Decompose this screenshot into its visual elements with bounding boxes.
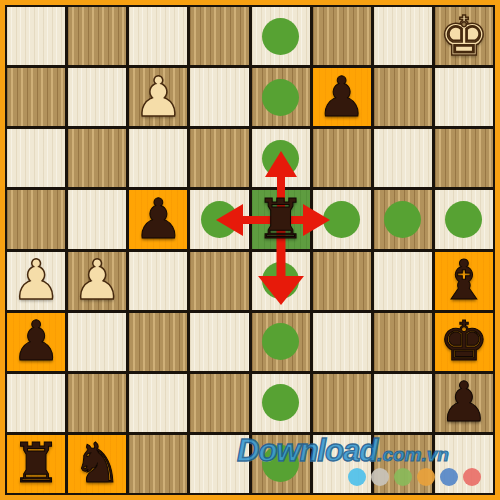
square-r4c6[interactable] (313, 190, 371, 248)
square-r7c7[interactable] (374, 374, 432, 432)
square-r3c4[interactable] (190, 129, 248, 187)
square-r6c8[interactable]: ♚ (435, 313, 493, 371)
square-r1c8[interactable]: ♚ (435, 7, 493, 65)
square-r7c8[interactable]: ♟ (435, 374, 493, 432)
piece-bR[interactable]: ♜ (7, 435, 65, 493)
square-r5c4[interactable] (190, 252, 248, 310)
square-r4c2[interactable] (68, 190, 126, 248)
square-r8c3[interactable] (129, 435, 187, 493)
square-r8c5[interactable] (252, 435, 310, 493)
square-r2c4[interactable] (190, 68, 248, 126)
square-r4c1[interactable] (7, 190, 65, 248)
square-r2c7[interactable] (374, 68, 432, 126)
piece-wP[interactable]: ♟ (129, 68, 187, 126)
square-r6c4[interactable] (190, 313, 248, 371)
square-r2c2[interactable] (68, 68, 126, 126)
square-r7c6[interactable] (313, 374, 371, 432)
square-r5c8[interactable]: ♝ (435, 252, 493, 310)
piece-bP[interactable]: ♟ (129, 190, 187, 248)
square-r1c6[interactable] (313, 7, 371, 65)
square-r4c7[interactable] (374, 190, 432, 248)
move-dot[interactable] (262, 79, 299, 116)
square-r8c7[interactable] (374, 435, 432, 493)
square-r2c3[interactable]: ♟ (129, 68, 187, 126)
square-r5c2[interactable]: ♟ (68, 252, 126, 310)
move-dot[interactable] (262, 445, 299, 482)
square-r6c1[interactable]: ♟ (7, 313, 65, 371)
piece-bP[interactable]: ♟ (313, 68, 371, 126)
square-r3c3[interactable] (129, 129, 187, 187)
square-r3c8[interactable] (435, 129, 493, 187)
square-r8c1[interactable]: ♜ (7, 435, 65, 493)
piece-wP[interactable]: ♟ (7, 252, 65, 310)
square-r6c6[interactable] (313, 313, 371, 371)
square-r1c1[interactable] (7, 7, 65, 65)
square-r6c5[interactable] (252, 313, 310, 371)
move-dot[interactable] (262, 323, 299, 360)
square-r2c5[interactable] (252, 68, 310, 126)
piece-bN[interactable]: ♞ (68, 435, 126, 493)
square-r6c3[interactable] (129, 313, 187, 371)
chess-board: ♚♟♟♟♜♟♟♝♟♚♟♜♞ (5, 5, 495, 495)
square-r4c5[interactable]: ♜ (252, 190, 310, 248)
square-r3c1[interactable] (7, 129, 65, 187)
piece-bP[interactable]: ♟ (7, 313, 65, 371)
square-r4c3[interactable]: ♟ (129, 190, 187, 248)
square-r7c5[interactable] (252, 374, 310, 432)
move-dot[interactable] (262, 18, 299, 55)
square-r1c4[interactable] (190, 7, 248, 65)
square-r8c8[interactable] (435, 435, 493, 493)
square-r1c2[interactable] (68, 7, 126, 65)
square-r3c5[interactable] (252, 129, 310, 187)
square-r6c7[interactable] (374, 313, 432, 371)
square-r3c2[interactable] (68, 129, 126, 187)
square-r5c5[interactable] (252, 252, 310, 310)
square-r5c6[interactable] (313, 252, 371, 310)
square-r2c1[interactable] (7, 68, 65, 126)
move-dot[interactable] (384, 201, 421, 238)
piece-bR[interactable]: ♜ (252, 190, 310, 248)
square-r8c2[interactable]: ♞ (68, 435, 126, 493)
square-r4c8[interactable] (435, 190, 493, 248)
square-r3c6[interactable] (313, 129, 371, 187)
square-r1c5[interactable] (252, 7, 310, 65)
square-r8c6[interactable] (313, 435, 371, 493)
piece-bP[interactable]: ♟ (435, 374, 493, 432)
square-r5c1[interactable]: ♟ (7, 252, 65, 310)
move-dot[interactable] (201, 201, 238, 238)
piece-wK[interactable]: ♚ (435, 7, 493, 65)
square-r5c3[interactable] (129, 252, 187, 310)
move-dot[interactable] (262, 140, 299, 177)
square-r4c4[interactable] (190, 190, 248, 248)
square-r8c4[interactable] (190, 435, 248, 493)
move-dot[interactable] (262, 384, 299, 421)
move-dot[interactable] (445, 201, 482, 238)
move-dot[interactable] (262, 262, 299, 299)
square-r7c3[interactable] (129, 374, 187, 432)
square-r7c1[interactable] (7, 374, 65, 432)
square-r7c2[interactable] (68, 374, 126, 432)
square-r2c8[interactable] (435, 68, 493, 126)
square-r1c7[interactable] (374, 7, 432, 65)
piece-bB[interactable]: ♝ (435, 252, 493, 310)
piece-bK[interactable]: ♚ (435, 313, 493, 371)
square-r7c4[interactable] (190, 374, 248, 432)
move-dot[interactable] (323, 201, 360, 238)
square-r5c7[interactable] (374, 252, 432, 310)
board-frame: ♚♟♟♟♜♟♟♝♟♚♟♜♞ Download.com.vn (0, 0, 500, 500)
piece-wP[interactable]: ♟ (68, 252, 126, 310)
square-r6c2[interactable] (68, 313, 126, 371)
square-r3c7[interactable] (374, 129, 432, 187)
square-r2c6[interactable]: ♟ (313, 68, 371, 126)
square-r1c3[interactable] (129, 7, 187, 65)
